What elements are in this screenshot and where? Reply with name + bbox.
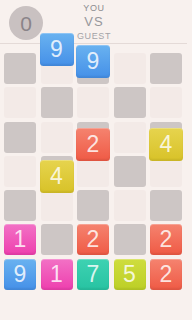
board-cell-r5c5[interactable] [150, 190, 182, 221]
board-cell-r3c4[interactable] [114, 122, 146, 153]
tile-1[interactable]: 1 [41, 259, 73, 290]
opponent-label: GUEST [0, 31, 188, 41]
board-cell-r2c4[interactable] [114, 87, 146, 118]
board-cell-r1c4[interactable] [114, 53, 146, 84]
tile-value: 2 [160, 228, 173, 251]
tile-4-falling[interactable]: 4 [40, 160, 74, 193]
tile-7[interactable]: 7 [77, 259, 109, 290]
tile-9-falling[interactable]: 9 [40, 33, 74, 66]
tile-1[interactable]: 1 [4, 224, 36, 255]
tile-value: 2 [87, 133, 100, 156]
tile-value: 1 [50, 263, 63, 286]
board-cell-r6c4[interactable] [114, 224, 146, 255]
tile-2[interactable]: 2 [77, 224, 109, 255]
tile-value: 7 [87, 263, 100, 286]
board-cell-r5c4[interactable] [114, 190, 146, 221]
board-cell-r2c2[interactable] [41, 87, 73, 118]
board-cell-r2c3[interactable] [77, 87, 109, 118]
board-cell-r1c1[interactable] [4, 53, 36, 84]
board-cell-r1c5[interactable] [150, 53, 182, 84]
tile-9-falling[interactable]: 9 [76, 45, 110, 78]
versus-label: VS [0, 14, 188, 29]
tile-2-falling[interactable]: 2 [76, 128, 110, 161]
match-header: YOU VS GUEST [0, 0, 188, 41]
tile-2[interactable]: 2 [150, 259, 182, 290]
tile-value: 9 [14, 263, 27, 286]
board-cell-r2c5[interactable] [150, 87, 182, 118]
tile-value: 2 [160, 263, 173, 286]
board-cell-r3c1[interactable] [4, 122, 36, 153]
tile-4-falling[interactable]: 4 [149, 128, 183, 161]
tile-value: 9 [50, 38, 63, 61]
tile-value: 1 [14, 228, 27, 251]
tile-9[interactable]: 9 [4, 259, 36, 290]
tile-5[interactable]: 5 [114, 259, 146, 290]
board-cell-r3c2[interactable] [41, 122, 73, 153]
board-cell-r5c3[interactable] [77, 190, 109, 221]
header-divider [0, 43, 187, 44]
board-cell-r5c1[interactable] [4, 190, 36, 221]
game-screen: 1229175299244 0 YOU VS GUEST [0, 0, 192, 320]
tile-2[interactable]: 2 [150, 224, 182, 255]
board-cell-r2c1[interactable] [4, 87, 36, 118]
board-cell-r4c4[interactable] [114, 156, 146, 187]
tile-value: 2 [87, 228, 100, 251]
board-cell-r4c1[interactable] [4, 156, 36, 187]
board-cell-r5c2[interactable] [41, 190, 73, 221]
game-board[interactable]: 1229175299244 [0, 0, 192, 320]
tile-value: 5 [123, 263, 136, 286]
board-cell-r6c2[interactable] [41, 224, 73, 255]
player-label: YOU [0, 3, 188, 13]
tile-value: 9 [87, 50, 100, 73]
tile-value: 4 [160, 133, 173, 156]
tile-value: 4 [50, 165, 63, 188]
